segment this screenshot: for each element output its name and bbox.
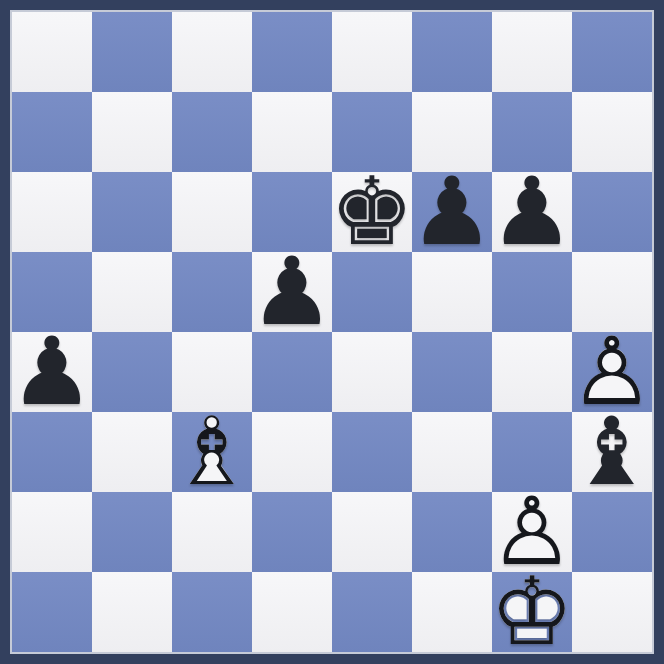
square-b3[interactable]	[92, 412, 172, 492]
square-b8[interactable]	[92, 12, 172, 92]
square-f1[interactable]	[412, 572, 492, 652]
pawn-glyph: ♟	[12, 332, 92, 412]
square-a4[interactable]: ♟	[12, 332, 92, 412]
square-g4[interactable]	[492, 332, 572, 412]
bishop-glyph: ♝	[572, 412, 652, 492]
square-a6[interactable]	[12, 172, 92, 252]
square-d5[interactable]: ♟	[252, 252, 332, 332]
square-c8[interactable]	[172, 12, 252, 92]
square-b4[interactable]	[92, 332, 172, 412]
square-d8[interactable]	[252, 12, 332, 92]
black-pawn[interactable]: ♟	[492, 172, 572, 252]
square-e6[interactable]: ♚	[332, 172, 412, 252]
square-h2[interactable]	[572, 492, 652, 572]
bishop-outline-glyph: ♗	[172, 412, 252, 492]
square-b7[interactable]	[92, 92, 172, 172]
square-f4[interactable]	[412, 332, 492, 412]
square-a2[interactable]	[12, 492, 92, 572]
square-d7[interactable]	[252, 92, 332, 172]
square-b5[interactable]	[92, 252, 172, 332]
square-c7[interactable]	[172, 92, 252, 172]
square-d2[interactable]	[252, 492, 332, 572]
square-d3[interactable]	[252, 412, 332, 492]
black-bishop[interactable]: ♝	[572, 412, 652, 492]
square-a8[interactable]	[12, 12, 92, 92]
square-c5[interactable]	[172, 252, 252, 332]
pawn-glyph: ♟	[492, 172, 572, 252]
square-d4[interactable]	[252, 332, 332, 412]
square-a7[interactable]	[12, 92, 92, 172]
white-bishop[interactable]: ♝♗	[172, 412, 252, 492]
square-h6[interactable]	[572, 172, 652, 252]
square-e8[interactable]	[332, 12, 412, 92]
square-e3[interactable]	[332, 412, 412, 492]
square-e1[interactable]	[332, 572, 412, 652]
square-b1[interactable]	[92, 572, 172, 652]
square-h1[interactable]	[572, 572, 652, 652]
chess-board: ♚♟♟♟♟♟♙♝♗♝♟♙♚♔	[12, 12, 652, 652]
square-e5[interactable]	[332, 252, 412, 332]
square-b2[interactable]	[92, 492, 172, 572]
square-f5[interactable]	[412, 252, 492, 332]
square-e2[interactable]	[332, 492, 412, 572]
square-c2[interactable]	[172, 492, 252, 572]
square-g6[interactable]: ♟	[492, 172, 572, 252]
square-a1[interactable]	[12, 572, 92, 652]
chess-board-frame: ♚♟♟♟♟♟♙♝♗♝♟♙♚♔	[0, 0, 664, 664]
square-e4[interactable]	[332, 332, 412, 412]
square-c1[interactable]	[172, 572, 252, 652]
black-pawn[interactable]: ♟	[12, 332, 92, 412]
square-g5[interactable]	[492, 252, 572, 332]
black-king[interactable]: ♚	[332, 172, 412, 252]
square-f6[interactable]: ♟	[412, 172, 492, 252]
square-g8[interactable]	[492, 12, 572, 92]
square-h8[interactable]	[572, 12, 652, 92]
square-c3[interactable]: ♝♗	[172, 412, 252, 492]
white-king[interactable]: ♚♔	[492, 572, 572, 652]
square-a3[interactable]	[12, 412, 92, 492]
square-h7[interactable]	[572, 92, 652, 172]
pawn-glyph: ♟	[252, 252, 332, 332]
king-glyph: ♚	[332, 172, 412, 252]
square-d1[interactable]	[252, 572, 332, 652]
square-f3[interactable]	[412, 412, 492, 492]
square-f2[interactable]	[412, 492, 492, 572]
king-outline-glyph: ♔	[492, 572, 572, 652]
pawn-glyph: ♟	[412, 172, 492, 252]
square-f8[interactable]	[412, 12, 492, 92]
square-g1[interactable]: ♚♔	[492, 572, 572, 652]
square-c6[interactable]	[172, 172, 252, 252]
black-pawn[interactable]: ♟	[412, 172, 492, 252]
square-b6[interactable]	[92, 172, 172, 252]
square-h3[interactable]: ♝	[572, 412, 652, 492]
black-pawn[interactable]: ♟	[252, 252, 332, 332]
